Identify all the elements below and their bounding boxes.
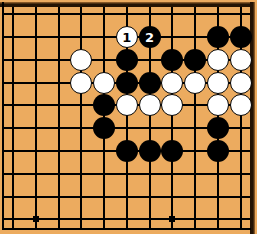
stone-label: 1 [122, 31, 131, 44]
stone-black-move-2: 2 [139, 26, 161, 48]
stone-black [116, 49, 138, 71]
stone-black [207, 26, 229, 48]
grid-line-vertical [35, 6, 37, 230]
stone-black [161, 140, 183, 162]
stone-label: 2 [145, 31, 154, 44]
stone-white [207, 72, 229, 94]
stone-black [207, 140, 229, 162]
stone-white [230, 72, 252, 94]
stone-white [93, 72, 115, 94]
board-crop-line-left [2, 2, 4, 230]
stone-white [230, 49, 252, 71]
stone-white-move-1: 1 [116, 26, 138, 48]
grid-line-vertical [12, 6, 14, 230]
stone-black [93, 94, 115, 116]
stone-white [70, 49, 92, 71]
stone-black [139, 140, 161, 162]
stone-white [116, 94, 138, 116]
star-point [169, 216, 175, 222]
board-crop-line-bottom [2, 228, 251, 230]
stone-black [161, 49, 183, 71]
stone-white [161, 94, 183, 116]
stone-black [93, 117, 115, 139]
stone-white [70, 72, 92, 94]
stone-black [116, 140, 138, 162]
board-edge-top [0, 2, 255, 7]
stone-black [207, 117, 229, 139]
stone-white [207, 49, 229, 71]
stone-white [207, 94, 229, 116]
stone-black [230, 26, 252, 48]
stone-white [161, 72, 183, 94]
grid-line-vertical [194, 6, 196, 230]
stone-white [184, 72, 206, 94]
grid-line-vertical [80, 6, 82, 230]
stone-white [139, 94, 161, 116]
stone-black [184, 49, 206, 71]
stone-black [139, 72, 161, 94]
stone-white [230, 94, 252, 116]
star-point [33, 216, 39, 222]
grid-line-vertical [171, 6, 173, 230]
grid-line-vertical [58, 6, 60, 230]
go-board: 12 [0, 0, 257, 234]
stone-black [116, 72, 138, 94]
